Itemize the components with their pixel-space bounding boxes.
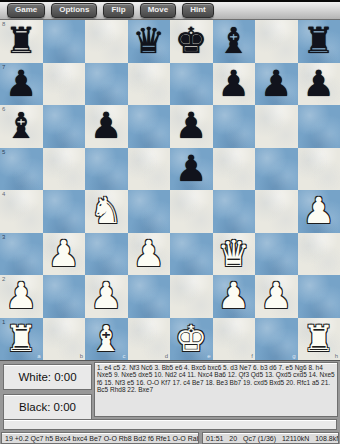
square-h2[interactable]: [298, 275, 340, 318]
move-button[interactable]: Move: [140, 3, 176, 18]
white-pawn[interactable]: ♟: [218, 275, 250, 317]
square-c1[interactable]: c♝: [85, 318, 128, 361]
message-bar: [3, 419, 337, 430]
square-c4[interactable]: ♞: [85, 190, 128, 233]
square-a7[interactable]: 7♟: [0, 63, 43, 106]
square-c7[interactable]: [85, 63, 128, 106]
white-queen[interactable]: ♛: [218, 233, 250, 275]
square-d4[interactable]: [128, 190, 171, 233]
square-g7[interactable]: ♟: [255, 63, 298, 106]
game-button[interactable]: Game: [7, 3, 45, 18]
square-g4[interactable]: [255, 190, 298, 233]
file-label-e: e: [207, 353, 210, 359]
engine-analysis-line: 19 +0.2 Qc7 h5 Bxc4 bxc4 Be7 O-O Rb8 Bd2…: [1, 432, 199, 444]
black-rook[interactable]: ♜: [303, 20, 335, 62]
square-a5[interactable]: 5: [0, 148, 43, 191]
white-pawn[interactable]: ♟: [303, 190, 335, 232]
square-b6[interactable]: [43, 105, 86, 148]
rank-label-3: 3: [2, 234, 5, 240]
square-g2[interactable]: ♟: [255, 275, 298, 318]
square-d8[interactable]: ♛: [128, 20, 171, 63]
black-bishop[interactable]: ♝: [5, 105, 37, 147]
white-rook[interactable]: ♜: [303, 318, 335, 360]
black-pawn[interactable]: ♟: [260, 63, 292, 105]
square-c8[interactable]: [85, 20, 128, 63]
square-d6[interactable]: [128, 105, 171, 148]
white-king[interactable]: ♚: [175, 318, 207, 360]
square-f7[interactable]: ♟: [213, 63, 256, 106]
hint-button[interactable]: Hint: [182, 3, 214, 18]
white-pawn[interactable]: ♟: [90, 275, 122, 317]
square-e1[interactable]: e♚: [170, 318, 213, 361]
square-b7[interactable]: [43, 63, 86, 106]
square-c3[interactable]: [85, 233, 128, 276]
rank-label-6: 6: [2, 106, 5, 112]
file-label-c: c: [123, 353, 126, 359]
rank-label-7: 7: [2, 64, 5, 70]
file-label-h: h: [335, 353, 338, 359]
square-b1[interactable]: b: [43, 318, 86, 361]
square-b8[interactable]: [43, 20, 86, 63]
menu-bar: Game Options Flip Move Hint: [0, 0, 340, 20]
square-a1[interactable]: 1a♜: [0, 318, 43, 361]
white-pawn[interactable]: ♟: [5, 275, 37, 317]
black-pawn[interactable]: ♟: [218, 63, 250, 105]
square-h7[interactable]: ♟: [298, 63, 340, 106]
square-d2[interactable]: [128, 275, 171, 318]
square-f6[interactable]: [213, 105, 256, 148]
black-pawn[interactable]: ♟: [175, 105, 207, 147]
flip-button[interactable]: Flip: [103, 3, 133, 18]
file-label-b: b: [80, 353, 83, 359]
square-d7[interactable]: [128, 63, 171, 106]
white-rook[interactable]: ♜: [5, 318, 37, 360]
square-h6[interactable]: [298, 105, 340, 148]
white-pawn[interactable]: ♟: [133, 233, 165, 275]
white-pawn[interactable]: ♟: [48, 233, 80, 275]
square-b4[interactable]: [43, 190, 86, 233]
square-h5[interactable]: [298, 148, 340, 191]
square-a3[interactable]: 3: [0, 233, 43, 276]
black-pawn[interactable]: ♟: [5, 63, 37, 105]
square-g1[interactable]: g: [255, 318, 298, 361]
white-knight[interactable]: ♞: [90, 190, 122, 232]
black-pawn[interactable]: ♟: [175, 148, 207, 190]
square-f4[interactable]: [213, 190, 256, 233]
square-h3[interactable]: [298, 233, 340, 276]
square-f1[interactable]: f: [213, 318, 256, 361]
square-f5[interactable]: [213, 148, 256, 191]
square-e8[interactable]: ♚: [170, 20, 213, 63]
file-label-f: f: [251, 353, 253, 359]
square-f8[interactable]: ♝: [213, 20, 256, 63]
engine-search-stats: 01:51 20 Qc7 (1/36) 12110kN 108.8kN/s: [202, 432, 339, 444]
square-e5[interactable]: ♟: [170, 148, 213, 191]
square-h4[interactable]: ♟: [298, 190, 340, 233]
square-g5[interactable]: [255, 148, 298, 191]
square-a8[interactable]: 8♜: [0, 20, 43, 63]
square-c2[interactable]: ♟: [85, 275, 128, 318]
rank-label-5: 5: [2, 149, 5, 155]
square-d3[interactable]: ♟: [128, 233, 171, 276]
square-e3[interactable]: [170, 233, 213, 276]
move-list[interactable]: 1. e4 c5 2. Nf3 Nc6 3. Bb5 e6 4. Bxc6 bx…: [94, 362, 338, 417]
file-label-g: g: [292, 353, 295, 359]
square-e2[interactable]: [170, 275, 213, 318]
square-a4[interactable]: 4: [0, 190, 43, 233]
square-d1[interactable]: d: [128, 318, 171, 361]
black-bishop[interactable]: ♝: [218, 20, 250, 62]
square-a6[interactable]: 6♝: [0, 105, 43, 148]
white-clock: White: 0:00: [3, 364, 92, 390]
options-button[interactable]: Options: [51, 3, 97, 18]
black-pawn[interactable]: ♟: [90, 105, 122, 147]
black-rook[interactable]: ♜: [5, 20, 37, 62]
chess-board[interactable]: 8♜♛♚♝♜7♟♟♟♟6♝♟♟5♟4♞♟3♟♟♛2♟♟♟♟1a♜bc♝de♚fg…: [0, 20, 340, 360]
black-pawn[interactable]: ♟: [303, 63, 335, 105]
square-b2[interactable]: [43, 275, 86, 318]
file-label-a: a: [37, 353, 40, 359]
square-e6[interactable]: ♟: [170, 105, 213, 148]
rank-label-2: 2: [2, 276, 5, 282]
square-c6[interactable]: ♟: [85, 105, 128, 148]
rank-label-4: 4: [2, 191, 5, 197]
square-a2[interactable]: 2♟: [0, 275, 43, 318]
square-e4[interactable]: [170, 190, 213, 233]
rank-label-8: 8: [2, 21, 5, 27]
square-d5[interactable]: [128, 148, 171, 191]
white-pawn[interactable]: ♟: [260, 275, 292, 317]
rank-label-1: 1: [2, 319, 5, 325]
square-g8[interactable]: [255, 20, 298, 63]
square-h1[interactable]: h♜: [298, 318, 340, 361]
square-b3[interactable]: ♟: [43, 233, 86, 276]
white-bishop[interactable]: ♝: [90, 318, 122, 360]
square-g3[interactable]: [255, 233, 298, 276]
square-b5[interactable]: [43, 148, 86, 191]
square-f3[interactable]: ♛: [213, 233, 256, 276]
square-h8[interactable]: ♜: [298, 20, 340, 63]
square-c5[interactable]: [85, 148, 128, 191]
square-g6[interactable]: [255, 105, 298, 148]
black-king[interactable]: ♚: [175, 20, 207, 62]
bottom-panel: White: 0:00 Black: 0:00 1. e4 c5 2. Nf3 …: [0, 360, 340, 444]
file-label-d: d: [165, 353, 168, 359]
black-clock: Black: 0:00: [3, 394, 92, 420]
square-f2[interactable]: ♟: [213, 275, 256, 318]
square-e7[interactable]: [170, 63, 213, 106]
black-queen[interactable]: ♛: [133, 20, 165, 62]
